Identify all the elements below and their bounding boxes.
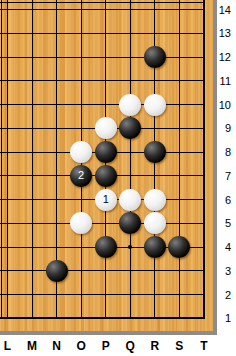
- row-label: 3: [215, 265, 231, 277]
- stone-black: [168, 236, 190, 258]
- stone-white: [144, 189, 166, 211]
- row-label: 2: [215, 289, 231, 301]
- stone-white: 1: [95, 189, 117, 211]
- star-point: [128, 245, 132, 249]
- row-label: 6: [215, 194, 231, 206]
- go-diagram: 21 1413121110987654321LMNOPQRST: [0, 0, 236, 356]
- stone-black: [95, 141, 117, 163]
- stone-black: [119, 117, 141, 139]
- stone-black: [95, 165, 117, 187]
- stone-white: [144, 94, 166, 116]
- go-board: 21: [0, 0, 217, 335]
- stone-black: [95, 236, 117, 258]
- stone-white: [70, 141, 92, 163]
- col-label: M: [24, 339, 40, 353]
- stone-black: [144, 46, 166, 68]
- stone-white: [119, 94, 141, 116]
- col-label: Q: [122, 339, 138, 353]
- row-label: 4: [215, 241, 231, 253]
- col-label: T: [196, 339, 212, 353]
- move-number-label: 2: [78, 170, 84, 181]
- row-label: 9: [215, 122, 231, 134]
- stone-white: [119, 189, 141, 211]
- stone-black: [144, 141, 166, 163]
- row-label: 7: [215, 170, 231, 182]
- stone-white: [70, 212, 92, 234]
- col-label: L: [0, 339, 16, 353]
- stone-white: [95, 117, 117, 139]
- col-label: R: [147, 339, 163, 353]
- move-number-label: 1: [103, 194, 109, 205]
- row-label: 11: [215, 75, 231, 87]
- row-label: 8: [215, 146, 231, 158]
- row-label: 10: [215, 99, 231, 111]
- stone-black: [46, 260, 68, 282]
- row-label: 1: [215, 312, 231, 324]
- col-label: S: [171, 339, 187, 353]
- row-label: 13: [215, 27, 231, 39]
- row-label: 5: [215, 217, 231, 229]
- col-label: N: [49, 339, 65, 353]
- stone-grid: 21: [0, 0, 216, 330]
- col-label: P: [98, 339, 114, 353]
- stone-black: 2: [70, 165, 92, 187]
- stone-white: [144, 212, 166, 234]
- row-label: 14: [215, 4, 231, 16]
- stone-black: [119, 212, 141, 234]
- stone-black: [144, 236, 166, 258]
- row-label: 12: [215, 51, 231, 63]
- col-label: O: [73, 339, 89, 353]
